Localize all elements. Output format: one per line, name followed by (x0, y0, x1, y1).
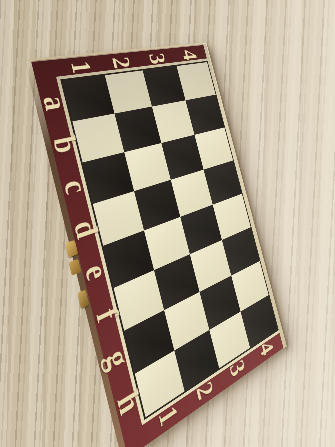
brass-hinge-tab (77, 290, 89, 309)
file-label-h: h (111, 386, 144, 421)
rank-label-top-3: 3 (145, 52, 169, 65)
wooden-table-background: abcdefgh12341234 (0, 0, 335, 447)
file-label-f: f (90, 303, 122, 327)
file-label-a: a (37, 94, 72, 113)
file-label-e: e (79, 259, 112, 284)
rank-label-top-4: 4 (179, 49, 201, 62)
rank-label-top-2: 2 (108, 56, 135, 70)
file-label-d: d (68, 216, 102, 242)
file-label-b: b (47, 134, 82, 156)
file-label-c: c (58, 176, 92, 197)
file-label-g: g (101, 343, 134, 374)
rank-label-top-1: 1 (66, 60, 96, 75)
chess-box: abcdefgh12341234 (31, 44, 286, 447)
